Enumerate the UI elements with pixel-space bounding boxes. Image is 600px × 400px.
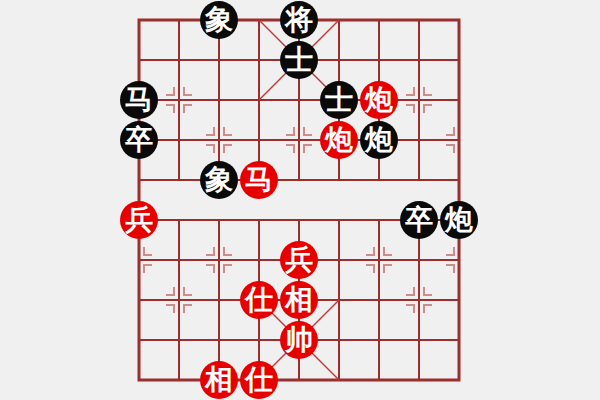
piece-red-elephant[interactable]: 相 [280, 281, 318, 319]
xiangqi-diagram: 象将士马士炮卒炮炮象马兵卒炮兵仕相帅相仕 [0, 0, 600, 400]
piece-black-pawn[interactable]: 卒 [120, 121, 158, 159]
piece-black-pawn[interactable]: 卒 [400, 201, 438, 239]
piece-red-advisor[interactable]: 仕 [240, 281, 278, 319]
piece-black-advisor[interactable]: 士 [320, 81, 358, 119]
piece-black-cannon[interactable]: 炮 [440, 201, 478, 239]
piece-black-horse[interactable]: 马 [120, 81, 158, 119]
piece-black-general[interactable]: 将 [280, 1, 318, 39]
piece-red-pawn[interactable]: 兵 [280, 241, 318, 279]
piece-black-elephant[interactable]: 象 [200, 161, 238, 199]
piece-black-elephant[interactable]: 象 [200, 1, 238, 39]
piece-black-advisor[interactable]: 士 [280, 41, 318, 79]
piece-red-pawn[interactable]: 兵 [120, 201, 158, 239]
piece-red-horse[interactable]: 马 [240, 161, 278, 199]
piece-red-advisor[interactable]: 仕 [240, 361, 278, 399]
piece-red-cannon[interactable]: 炮 [320, 121, 358, 159]
piece-red-general[interactable]: 帅 [280, 321, 318, 359]
pieces-layer: 象将士马士炮卒炮炮象马兵卒炮兵仕相帅相仕 [119, 0, 479, 400]
xiangqi-board: 象将士马士炮卒炮炮象马兵卒炮兵仕相帅相仕 [119, 0, 479, 400]
piece-red-elephant[interactable]: 相 [200, 361, 238, 399]
piece-black-cannon[interactable]: 炮 [360, 121, 398, 159]
piece-red-cannon[interactable]: 炮 [360, 81, 398, 119]
